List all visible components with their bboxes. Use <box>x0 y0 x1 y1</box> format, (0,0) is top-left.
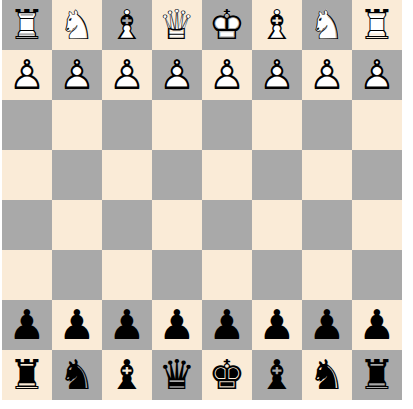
white-king-fill: ♚ <box>202 0 252 50</box>
white-knight: ♘ <box>302 0 352 50</box>
square-b8[interactable]: ♞ <box>52 350 102 400</box>
white-rook: ♖ <box>2 0 52 50</box>
white-pawn-fill: ♟ <box>2 50 52 100</box>
square-b2[interactable]: ♟♙ <box>52 50 102 100</box>
white-bishop-fill: ♝ <box>252 0 302 50</box>
square-a8[interactable]: ♜ <box>2 350 52 400</box>
white-pawn: ♙ <box>302 50 352 100</box>
square-g7[interactable]: ♟ <box>302 300 352 350</box>
white-pawn-fill: ♟ <box>152 50 202 100</box>
white-pawn: ♙ <box>102 50 152 100</box>
square-e7[interactable]: ♟ <box>202 300 252 350</box>
white-pawn-fill: ♟ <box>252 50 302 100</box>
white-bishop-fill: ♝ <box>102 0 152 50</box>
square-h6[interactable] <box>352 250 402 300</box>
white-pawn-fill: ♟ <box>202 50 252 100</box>
square-a7[interactable]: ♟ <box>2 300 52 350</box>
white-pawn-fill: ♟ <box>302 50 352 100</box>
square-a1[interactable]: ♜♖ <box>2 0 52 50</box>
square-d1[interactable]: ♛♕ <box>152 0 202 50</box>
black-pawn: ♟ <box>102 300 152 350</box>
square-h4[interactable] <box>352 150 402 200</box>
square-c8[interactable]: ♝ <box>102 350 152 400</box>
square-a6[interactable] <box>2 250 52 300</box>
white-pawn-fill: ♟ <box>352 50 402 100</box>
black-bishop: ♝ <box>252 350 302 400</box>
square-g5[interactable] <box>302 200 352 250</box>
square-b4[interactable] <box>52 150 102 200</box>
square-c5[interactable] <box>102 200 152 250</box>
black-bishop: ♝ <box>102 350 152 400</box>
black-knight: ♞ <box>302 350 352 400</box>
black-knight: ♞ <box>52 350 102 400</box>
white-rook-fill: ♜ <box>2 0 52 50</box>
chess-board: ♜♖♞♘♝♗♛♕♚♔♝♗♞♘♜♖♟♙♟♙♟♙♟♙♟♙♟♙♟♙♟♙♟♟♟♟♟♟♟♟… <box>2 0 402 400</box>
square-b1[interactable]: ♞♘ <box>52 0 102 50</box>
black-rook: ♜ <box>2 350 52 400</box>
white-pawn-fill: ♟ <box>102 50 152 100</box>
black-pawn: ♟ <box>202 300 252 350</box>
black-pawn: ♟ <box>2 300 52 350</box>
square-f2[interactable]: ♟♙ <box>252 50 302 100</box>
square-h8[interactable]: ♜ <box>352 350 402 400</box>
square-d8[interactable]: ♛ <box>152 350 202 400</box>
square-h5[interactable] <box>352 200 402 250</box>
square-e4[interactable] <box>202 150 252 200</box>
square-e5[interactable] <box>202 200 252 250</box>
white-pawn: ♙ <box>52 50 102 100</box>
square-c3[interactable] <box>102 100 152 150</box>
white-rook-fill: ♜ <box>352 0 402 50</box>
black-pawn: ♟ <box>152 300 202 350</box>
black-pawn: ♟ <box>302 300 352 350</box>
square-c2[interactable]: ♟♙ <box>102 50 152 100</box>
black-pawn: ♟ <box>52 300 102 350</box>
square-e3[interactable] <box>202 100 252 150</box>
square-a3[interactable] <box>2 100 52 150</box>
square-f5[interactable] <box>252 200 302 250</box>
square-c6[interactable] <box>102 250 152 300</box>
white-pawn: ♙ <box>152 50 202 100</box>
square-f7[interactable]: ♟ <box>252 300 302 350</box>
square-b7[interactable]: ♟ <box>52 300 102 350</box>
square-b5[interactable] <box>52 200 102 250</box>
square-h2[interactable]: ♟♙ <box>352 50 402 100</box>
white-bishop: ♗ <box>252 0 302 50</box>
square-d4[interactable] <box>152 150 202 200</box>
square-d6[interactable] <box>152 250 202 300</box>
black-rook: ♜ <box>352 350 402 400</box>
square-c7[interactable]: ♟ <box>102 300 152 350</box>
square-b6[interactable] <box>52 250 102 300</box>
square-a2[interactable]: ♟♙ <box>2 50 52 100</box>
square-h1[interactable]: ♜♖ <box>352 0 402 50</box>
chess-board-container: ♜♖♞♘♝♗♛♕♚♔♝♗♞♘♜♖♟♙♟♙♟♙♟♙♟♙♟♙♟♙♟♙♟♟♟♟♟♟♟♟… <box>2 0 402 400</box>
square-b3[interactable] <box>52 100 102 150</box>
black-pawn: ♟ <box>252 300 302 350</box>
white-rook: ♖ <box>352 0 402 50</box>
square-d7[interactable]: ♟ <box>152 300 202 350</box>
white-bishop: ♗ <box>102 0 152 50</box>
square-e1[interactable]: ♚♔ <box>202 0 252 50</box>
white-pawn: ♙ <box>202 50 252 100</box>
square-e6[interactable] <box>202 250 252 300</box>
white-knight-fill: ♞ <box>302 0 352 50</box>
square-f1[interactable]: ♝♗ <box>252 0 302 50</box>
square-e2[interactable]: ♟♙ <box>202 50 252 100</box>
square-e8[interactable]: ♚ <box>202 350 252 400</box>
square-g6[interactable] <box>302 250 352 300</box>
white-pawn: ♙ <box>352 50 402 100</box>
white-pawn: ♙ <box>2 50 52 100</box>
square-g3[interactable] <box>302 100 352 150</box>
black-pawn: ♟ <box>352 300 402 350</box>
square-d5[interactable] <box>152 200 202 250</box>
black-queen: ♛ <box>152 350 202 400</box>
white-pawn: ♙ <box>252 50 302 100</box>
square-f8[interactable]: ♝ <box>252 350 302 400</box>
white-queen: ♕ <box>152 0 202 50</box>
white-queen-fill: ♛ <box>152 0 202 50</box>
white-king: ♔ <box>202 0 252 50</box>
white-pawn-fill: ♟ <box>52 50 102 100</box>
square-h3[interactable] <box>352 100 402 150</box>
square-h7[interactable]: ♟ <box>352 300 402 350</box>
square-g1[interactable]: ♞♘ <box>302 0 352 50</box>
square-a5[interactable] <box>2 200 52 250</box>
square-g4[interactable] <box>302 150 352 200</box>
square-c1[interactable]: ♝♗ <box>102 0 152 50</box>
white-knight: ♘ <box>52 0 102 50</box>
black-king: ♚ <box>202 350 252 400</box>
square-f3[interactable] <box>252 100 302 150</box>
square-a4[interactable] <box>2 150 52 200</box>
square-f4[interactable] <box>252 150 302 200</box>
square-c4[interactable] <box>102 150 152 200</box>
square-d3[interactable] <box>152 100 202 150</box>
square-d2[interactable]: ♟♙ <box>152 50 202 100</box>
square-g2[interactable]: ♟♙ <box>302 50 352 100</box>
square-f6[interactable] <box>252 250 302 300</box>
square-g8[interactable]: ♞ <box>302 350 352 400</box>
white-knight-fill: ♞ <box>52 0 102 50</box>
